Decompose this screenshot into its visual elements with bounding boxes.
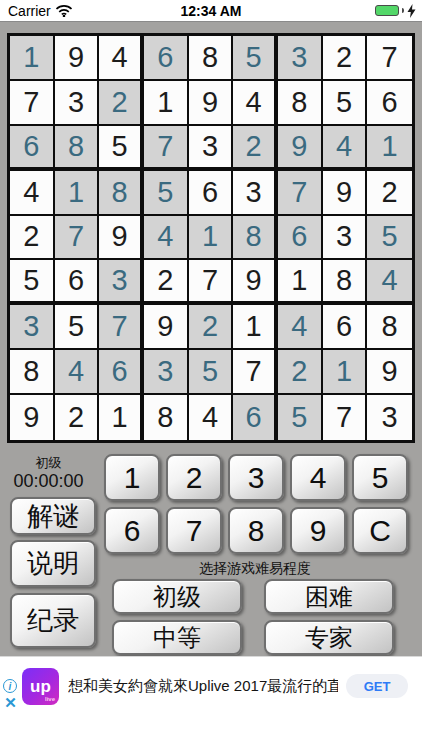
cell-r7c8[interactable]: 6	[323, 305, 368, 350]
ad-banner: i ✕ up live 想和美女約會就來Uplive 2017最流行的直播APP…	[0, 656, 422, 750]
cell-r5c6[interactable]: 8	[233, 216, 278, 261]
uplive-icon-text: up	[30, 677, 51, 697]
cell-r6c6[interactable]: 9	[233, 260, 278, 305]
cell-r8c2[interactable]: 4	[55, 350, 100, 395]
cell-r7c9[interactable]: 8	[367, 305, 412, 350]
num-key-5[interactable]: 5	[352, 454, 408, 501]
num-key-3[interactable]: 3	[228, 454, 284, 501]
cell-r8c6[interactable]: 7	[233, 350, 278, 395]
cell-r6c5[interactable]: 7	[189, 260, 234, 305]
numpad: 123456789C	[104, 454, 411, 560]
cell-r8c7[interactable]: 2	[278, 350, 323, 395]
battery-nub	[402, 8, 404, 13]
cell-r6c1[interactable]: 5	[10, 260, 55, 305]
cell-r9c8[interactable]: 7	[323, 395, 368, 440]
solve-button[interactable]: 解谜	[10, 497, 96, 535]
cell-r6c3[interactable]: 3	[99, 260, 144, 305]
app-screen: Carrier 12:34 AM 19468532773219485668573…	[0, 0, 422, 750]
uplive-icon-subtext: live	[45, 696, 55, 702]
cell-r8c9[interactable]: 9	[367, 350, 412, 395]
cell-r9c2[interactable]: 2	[55, 395, 100, 440]
cell-r6c2[interactable]: 6	[55, 260, 100, 305]
num-key-7[interactable]: 7	[166, 507, 222, 554]
cell-r2c2[interactable]: 3	[55, 81, 100, 126]
difficulty-beginner-button[interactable]: 初级	[112, 579, 242, 614]
cell-r2c3[interactable]: 2	[99, 81, 144, 126]
cell-r7c4[interactable]: 9	[144, 305, 189, 350]
difficulty-medium-button[interactable]: 中等	[112, 620, 242, 655]
ad-text[interactable]: 想和美女約會就來Uplive 2017最流行的直播APP	[68, 677, 338, 696]
current-level-label: 初级	[0, 454, 97, 472]
num-key-2[interactable]: 2	[166, 454, 222, 501]
difficulty-title: 选择游戏难易程度	[104, 560, 406, 578]
difficulty-grid: 初级困难中等专家	[112, 579, 396, 655]
cell-r3c1[interactable]: 6	[10, 126, 55, 171]
cell-r2c6[interactable]: 4	[233, 81, 278, 126]
cell-r7c5[interactable]: 2	[189, 305, 234, 350]
cell-r5c7[interactable]: 6	[278, 216, 323, 261]
cell-r2c5[interactable]: 9	[189, 81, 234, 126]
clock: 12:34 AM	[0, 3, 422, 19]
cell-r4c5[interactable]: 6	[189, 171, 234, 216]
cell-r2c7[interactable]: 8	[278, 81, 323, 126]
cell-r7c3[interactable]: 7	[99, 305, 144, 350]
cell-r7c6[interactable]: 1	[233, 305, 278, 350]
cell-r6c9[interactable]: 4	[367, 260, 412, 305]
cell-r1c4[interactable]: 6	[144, 36, 189, 81]
cell-r5c1[interactable]: 2	[10, 216, 55, 261]
cell-r7c1[interactable]: 3	[10, 305, 55, 350]
cell-r5c9[interactable]: 5	[367, 216, 412, 261]
cell-r4c4[interactable]: 5	[144, 171, 189, 216]
battery-icon	[375, 5, 399, 16]
num-key-6[interactable]: 6	[104, 507, 160, 554]
clear-key[interactable]: C	[352, 507, 408, 554]
cell-r7c2[interactable]: 5	[55, 305, 100, 350]
cell-r6c4[interactable]: 2	[144, 260, 189, 305]
cell-r5c2[interactable]: 7	[55, 216, 100, 261]
difficulty-hard-button[interactable]: 困难	[264, 579, 394, 614]
cell-r4c8[interactable]: 9	[323, 171, 368, 216]
uplive-app-icon[interactable]: up live	[22, 668, 59, 705]
status-bar: Carrier 12:34 AM	[0, 0, 422, 22]
cell-r1c2[interactable]: 9	[55, 36, 100, 81]
cell-r4c2[interactable]: 1	[55, 171, 100, 216]
cell-r3c2[interactable]: 8	[55, 126, 100, 171]
charging-bolt-icon	[407, 4, 416, 18]
cell-r1c7[interactable]: 3	[278, 36, 323, 81]
cell-r3c7[interactable]: 9	[278, 126, 323, 171]
cell-r8c3[interactable]: 6	[99, 350, 144, 395]
cell-r9c3[interactable]: 1	[99, 395, 144, 440]
help-button[interactable]: 说明	[10, 540, 96, 587]
cell-r4c9[interactable]: 2	[367, 171, 412, 216]
cell-r7c7[interactable]: 4	[278, 305, 323, 350]
cell-r9c1[interactable]: 9	[10, 395, 55, 440]
cell-r3c9[interactable]: 1	[367, 126, 412, 171]
left-button-column: 解谜说明纪录	[10, 497, 96, 648]
cell-r8c5[interactable]: 5	[189, 350, 234, 395]
cell-r2c1[interactable]: 7	[10, 81, 55, 126]
cell-r4c7[interactable]: 7	[278, 171, 323, 216]
cell-r9c7[interactable]: 5	[278, 395, 323, 440]
cell-r3c6[interactable]: 2	[233, 126, 278, 171]
ad-info-icon[interactable]: i	[3, 679, 17, 693]
cell-r9c6[interactable]: 6	[233, 395, 278, 440]
cell-r4c3[interactable]: 8	[99, 171, 144, 216]
cell-r3c5[interactable]: 3	[189, 126, 234, 171]
cell-r3c4[interactable]: 7	[144, 126, 189, 171]
cell-r1c1[interactable]: 1	[10, 36, 55, 81]
cell-r3c3[interactable]: 5	[99, 126, 144, 171]
cell-r9c5[interactable]: 4	[189, 395, 234, 440]
cell-r2c4[interactable]: 1	[144, 81, 189, 126]
ad-close-icon[interactable]: ✕	[3, 695, 18, 710]
cell-r1c3[interactable]: 4	[99, 36, 144, 81]
cell-r4c1[interactable]: 4	[10, 171, 55, 216]
cell-r5c4[interactable]: 4	[144, 216, 189, 261]
cell-r5c5[interactable]: 1	[189, 216, 234, 261]
sudoku-board: 1946853277321948566857329414185637922794…	[7, 33, 415, 443]
cell-r1c5[interactable]: 8	[189, 36, 234, 81]
cell-r2c9[interactable]: 6	[367, 81, 412, 126]
cell-r1c6[interactable]: 5	[233, 36, 278, 81]
num-key-9[interactable]: 9	[290, 507, 346, 554]
cell-r2c8[interactable]: 5	[323, 81, 368, 126]
cell-r1c9[interactable]: 7	[367, 36, 412, 81]
game-timer: 00:00:00	[0, 471, 97, 492]
num-key-4[interactable]: 4	[290, 454, 346, 501]
cell-r9c4[interactable]: 8	[144, 395, 189, 440]
cell-r8c8[interactable]: 1	[323, 350, 368, 395]
cell-r5c8[interactable]: 3	[323, 216, 368, 261]
cell-r5c3[interactable]: 9	[99, 216, 144, 261]
cell-r1c8[interactable]: 2	[323, 36, 368, 81]
difficulty-expert-button[interactable]: 专家	[264, 620, 394, 655]
cell-r6c7[interactable]: 1	[278, 260, 323, 305]
cell-r6c8[interactable]: 8	[323, 260, 368, 305]
cell-r9c9[interactable]: 3	[367, 395, 412, 440]
num-key-8[interactable]: 8	[228, 507, 284, 554]
cell-r8c4[interactable]: 3	[144, 350, 189, 395]
ad-get-button[interactable]: GET	[346, 674, 408, 698]
cell-r8c1[interactable]: 8	[10, 350, 55, 395]
num-key-1[interactable]: 1	[104, 454, 160, 501]
cell-r3c8[interactable]: 4	[323, 126, 368, 171]
cell-r4c6[interactable]: 3	[233, 171, 278, 216]
records-button[interactable]: 纪录	[10, 593, 96, 648]
